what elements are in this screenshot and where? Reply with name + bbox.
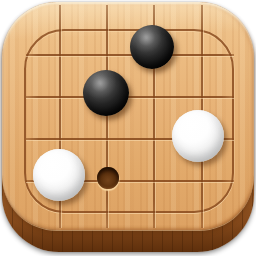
grid-horizontal-line [26, 96, 234, 98]
white-stone [172, 110, 224, 162]
white-stone [33, 149, 85, 201]
go-app-icon[interactable] [0, 0, 256, 256]
black-stone [83, 70, 129, 116]
grid-horizontal-line [26, 54, 234, 56]
grid-vertical-line [106, 5, 108, 228]
board-face [2, 2, 254, 230]
black-stone [130, 25, 174, 69]
hoshi-hole [97, 167, 119, 189]
